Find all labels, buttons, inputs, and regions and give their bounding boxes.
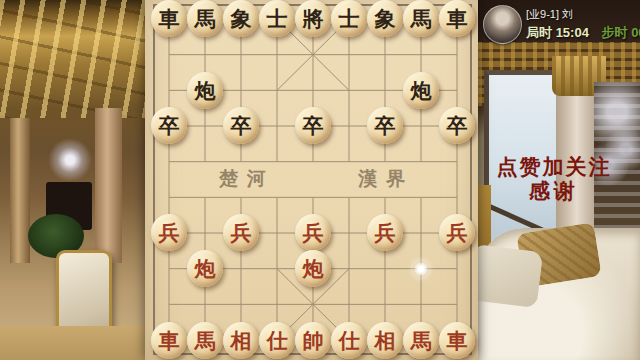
board-point[interactable]: 車 — [439, 1, 475, 37]
board-point[interactable]: 相 — [367, 322, 403, 358]
board-point[interactable] — [223, 287, 259, 323]
piece-black[interactable]: 卒 — [223, 107, 259, 144]
piece-black[interactable]: 卒 — [295, 107, 331, 144]
board-point[interactable]: 仕 — [331, 322, 367, 358]
board-point[interactable] — [439, 179, 475, 215]
board-point[interactable]: 兵 — [223, 215, 259, 251]
caption-line1: 点赞加关注 — [484, 155, 624, 179]
piece-red[interactable]: 車 — [439, 322, 475, 359]
board-point[interactable] — [187, 287, 223, 323]
board-point[interactable] — [439, 144, 475, 180]
board-point[interactable] — [223, 251, 259, 287]
piece-red[interactable]: 相 — [367, 322, 403, 359]
board-point[interactable] — [367, 287, 403, 323]
board-point[interactable]: 車 — [151, 322, 187, 358]
game-time-value: 15:04 — [556, 25, 589, 40]
piece-red[interactable]: 馬 — [187, 322, 223, 359]
board-point[interactable] — [439, 251, 475, 287]
board-point[interactable]: 兵 — [367, 215, 403, 251]
gold-ceiling — [0, 0, 145, 118]
piece-red[interactable]: 兵 — [151, 214, 187, 251]
piece-red[interactable]: 仕 — [331, 322, 367, 359]
board-point[interactable] — [259, 37, 295, 73]
board-point[interactable]: 士 — [259, 1, 295, 37]
stream-caption: 点赞加关注 感谢 — [484, 155, 624, 203]
piece-red[interactable]: 仕 — [259, 322, 295, 359]
board-point[interactable] — [223, 179, 259, 215]
piece-red[interactable]: 兵 — [295, 214, 331, 251]
board-point[interactable]: 兵 — [439, 215, 475, 251]
board-point[interactable] — [331, 144, 367, 180]
board-point[interactable] — [295, 287, 331, 323]
board-point[interactable] — [223, 37, 259, 73]
board-point[interactable]: 炮 — [403, 72, 439, 108]
board-point[interactable]: 兵 — [151, 215, 187, 251]
board-point[interactable] — [151, 37, 187, 73]
board-point[interactable] — [367, 37, 403, 73]
board-point[interactable] — [187, 37, 223, 73]
board-point[interactable]: 馬 — [403, 322, 439, 358]
background-left-photo — [0, 0, 145, 360]
piece-black[interactable]: 炮 — [403, 72, 439, 109]
piece-black[interactable]: 車 — [151, 0, 187, 37]
board-point[interactable] — [259, 179, 295, 215]
move-time-label: 步时 — [602, 25, 628, 40]
board-point[interactable]: 將 — [295, 1, 331, 37]
xiangqi-board: 楚河 漢界 車馬象士將士象馬車炮炮卒卒卒卒卒兵兵兵兵兵炮炮車馬相仕帥仕相馬車 — [145, 0, 478, 360]
board-point[interactable] — [403, 179, 439, 215]
chandelier — [48, 138, 92, 182]
board-point[interactable] — [151, 179, 187, 215]
board-point[interactable] — [187, 108, 223, 144]
marble-floor — [0, 326, 145, 360]
player-hud: [业9-1] 刘 局时 15:04 步时 00:30 — [479, 4, 640, 50]
board-point[interactable] — [151, 287, 187, 323]
board-point[interactable] — [187, 179, 223, 215]
board-point[interactable]: 帥 — [295, 322, 331, 358]
board-point[interactable]: 炮 — [187, 72, 223, 108]
board-point[interactable] — [403, 215, 439, 251]
game-time-label: 局时 — [526, 25, 552, 40]
board-point[interactable] — [367, 144, 403, 180]
board-point[interactable]: 馬 — [187, 1, 223, 37]
board-point[interactable]: 馬 — [187, 322, 223, 358]
board-point[interactable] — [223, 144, 259, 180]
piece-red[interactable]: 兵 — [367, 214, 403, 251]
piece-black[interactable]: 將 — [295, 0, 331, 37]
last-move-marker — [413, 261, 429, 277]
board-point[interactable]: 車 — [439, 322, 475, 358]
board-point[interactable]: 仕 — [259, 322, 295, 358]
piece-red[interactable]: 相 — [223, 322, 259, 359]
board-point[interactable]: 卒 — [367, 108, 403, 144]
piece-black[interactable]: 象 — [367, 0, 403, 37]
board-point[interactable] — [295, 179, 331, 215]
board-point[interactable] — [331, 72, 367, 108]
xiangqi-livestream-screen: 楚河 漢界 車馬象士將士象馬車炮炮卒卒卒卒卒兵兵兵兵兵炮炮車馬相仕帥仕相馬車 [… — [0, 0, 640, 360]
board-point[interactable] — [331, 179, 367, 215]
pieces-grid: 車馬象士將士象馬車炮炮卒卒卒卒卒兵兵兵兵兵炮炮車馬相仕帥仕相馬車 — [151, 1, 475, 358]
board-point[interactable] — [367, 72, 403, 108]
board-point[interactable]: 炮 — [295, 251, 331, 287]
board-point[interactable]: 卒 — [439, 108, 475, 144]
board-point[interactable] — [151, 72, 187, 108]
piece-red[interactable]: 炮 — [187, 250, 223, 287]
board-point[interactable] — [439, 37, 475, 73]
board-point[interactable] — [187, 144, 223, 180]
caption-line2: 感谢 — [484, 179, 624, 203]
board-point[interactable] — [259, 215, 295, 251]
marble-pillar — [95, 108, 122, 263]
board-point[interactable]: 士 — [331, 1, 367, 37]
player-avatar[interactable] — [483, 5, 522, 44]
piece-red[interactable]: 兵 — [439, 214, 475, 251]
board-point[interactable]: 相 — [223, 322, 259, 358]
board-point[interactable] — [259, 287, 295, 323]
piece-black[interactable]: 馬 — [187, 0, 223, 37]
board-point[interactable] — [259, 72, 295, 108]
piece-black[interactable]: 卒 — [151, 107, 187, 144]
piece-red[interactable]: 炮 — [295, 250, 331, 287]
board-point[interactable]: 卒 — [295, 108, 331, 144]
board-point[interactable] — [331, 251, 367, 287]
piece-black[interactable]: 車 — [439, 0, 475, 37]
board-point[interactable] — [259, 108, 295, 144]
game-time: 局时 15:04 — [526, 25, 593, 40]
piece-red[interactable]: 兵 — [223, 214, 259, 251]
board-point[interactable]: 車 — [151, 1, 187, 37]
board-point[interactable] — [367, 251, 403, 287]
board-point[interactable] — [259, 251, 295, 287]
piece-red[interactable]: 車 — [151, 322, 187, 359]
white-pillow — [478, 244, 543, 308]
board-point[interactable]: 象 — [223, 1, 259, 37]
board-point[interactable] — [403, 37, 439, 73]
piece-black[interactable]: 卒 — [439, 107, 475, 144]
board-point[interactable] — [259, 144, 295, 180]
board-point[interactable] — [187, 215, 223, 251]
board-point[interactable] — [151, 251, 187, 287]
board-point[interactable] — [331, 37, 367, 73]
player-badge: [业9-1] 刘 — [526, 7, 573, 22]
piece-black[interactable]: 炮 — [187, 72, 223, 109]
board-point[interactable] — [151, 144, 187, 180]
board-point[interactable] — [439, 287, 475, 323]
board-point[interactable] — [331, 287, 367, 323]
board-point[interactable] — [295, 72, 331, 108]
board-point[interactable]: 象 — [367, 1, 403, 37]
piece-black[interactable]: 士 — [259, 0, 295, 37]
board-point[interactable] — [295, 144, 331, 180]
board-point[interactable]: 兵 — [295, 215, 331, 251]
marble-pillar — [10, 118, 30, 263]
piece-black[interactable]: 士 — [331, 0, 367, 37]
board-point[interactable] — [403, 287, 439, 323]
board-point[interactable] — [331, 108, 367, 144]
board-point[interactable] — [331, 215, 367, 251]
move-time: 步时 00:30 — [602, 25, 640, 40]
board-point[interactable] — [403, 144, 439, 180]
board-point[interactable]: 炮 — [187, 251, 223, 287]
board-point[interactable] — [223, 72, 259, 108]
piece-black[interactable]: 馬 — [403, 0, 439, 37]
board-point[interactable]: 馬 — [403, 1, 439, 37]
board-point[interactable] — [367, 179, 403, 215]
board-point[interactable] — [403, 108, 439, 144]
clock-row: 局时 15:04 步时 00:30 — [526, 24, 640, 42]
move-time-value: 00:30 — [631, 25, 640, 40]
piece-red[interactable]: 馬 — [403, 322, 439, 359]
piece-black[interactable]: 象 — [223, 0, 259, 37]
piece-black[interactable]: 卒 — [367, 107, 403, 144]
board-point[interactable]: 卒 — [223, 108, 259, 144]
board-point[interactable]: 卒 — [151, 108, 187, 144]
board-point[interactable] — [295, 37, 331, 73]
piece-red[interactable]: 帥 — [295, 322, 331, 359]
board-point[interactable] — [439, 72, 475, 108]
